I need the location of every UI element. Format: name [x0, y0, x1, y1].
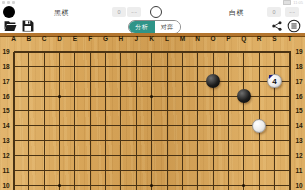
- column-label: Q: [239, 35, 249, 42]
- black-time-badge: -·-: [127, 7, 141, 17]
- row-label-right: 18: [293, 63, 305, 70]
- white-time-badge: -·-: [285, 7, 299, 17]
- notification-icon: [12, 1, 15, 4]
- grid-line: [213, 52, 214, 191]
- row-label-left: 17: [0, 78, 12, 85]
- row-label-left: 14: [0, 122, 12, 129]
- column-label: H: [116, 35, 126, 42]
- row-label-right: 12: [293, 152, 305, 159]
- row-label-right: 15: [293, 107, 305, 114]
- white-player-name: 白棋: [229, 8, 244, 18]
- save-button[interactable]: [21, 19, 35, 32]
- row-label-left: 10: [0, 182, 12, 189]
- row-label-left: 18: [0, 63, 12, 70]
- grid-line: [14, 170, 291, 171]
- menu-icon: [287, 19, 301, 33]
- star-point: [58, 95, 61, 98]
- row-label-left: 16: [0, 93, 12, 100]
- white-captures-badge: 0: [267, 7, 281, 17]
- row-label-left: 15: [0, 107, 12, 114]
- save-icon: [22, 20, 34, 32]
- column-label: S: [269, 35, 279, 42]
- grid-line: [14, 51, 291, 53]
- app-screen: 11:05 黑棋 0 -·- 白棋 0 -·- 分析 对弈: [0, 0, 305, 190]
- row-label-right: 19: [293, 48, 305, 55]
- status-icons-right: 11:05: [283, 0, 303, 5]
- grid-line: [182, 52, 183, 191]
- notification-icon: [7, 1, 10, 4]
- grid-line: [243, 52, 244, 191]
- column-label: K: [147, 35, 157, 42]
- grid-line: [14, 66, 291, 67]
- row-label-right: 11: [293, 167, 305, 174]
- grid-line: [14, 140, 291, 141]
- column-label: E: [70, 35, 80, 42]
- star-point: [242, 184, 245, 187]
- open-folder-icon: [4, 20, 17, 32]
- row-label-left: 19: [0, 48, 12, 55]
- black-player-name: 黑棋: [54, 8, 69, 18]
- grid-line: [167, 52, 168, 191]
- grid-line: [151, 52, 152, 191]
- grid-line: [14, 110, 291, 111]
- star-point: [150, 95, 153, 98]
- column-label: G: [101, 35, 111, 42]
- share-icon: [271, 20, 283, 32]
- row-label-left: 11: [0, 167, 12, 174]
- grid-line: [14, 125, 291, 126]
- column-label: N: [193, 35, 203, 42]
- column-label: O: [208, 35, 218, 42]
- grid-line: [289, 52, 291, 191]
- black-captures-badge: 0: [112, 7, 126, 17]
- row-label-right: 10: [293, 182, 305, 189]
- row-label-left: 12: [0, 152, 12, 159]
- notification-icon: [2, 1, 5, 4]
- column-label: B: [24, 35, 34, 42]
- mode-segmented-control: 分析 对弈: [128, 20, 181, 34]
- stone-Q16: [237, 89, 251, 103]
- grid-line: [228, 52, 229, 191]
- stone-O17: [206, 74, 220, 88]
- system-status-bar: 11:05: [0, 0, 305, 5]
- tab-analysis[interactable]: 分析: [129, 21, 155, 33]
- stone-S17: 4: [267, 74, 281, 88]
- stone-R14: [252, 119, 266, 133]
- battery-icon: [283, 0, 291, 5]
- column-label: P: [223, 35, 233, 42]
- tab-play[interactable]: 对弈: [155, 21, 181, 33]
- row-label-left: 13: [0, 137, 12, 144]
- go-board[interactable]: ABCDEFGHJKLMNOPQRST191918181717161615151…: [0, 33, 305, 190]
- row-label-right: 14: [293, 122, 305, 129]
- move-number-label: 4: [268, 75, 280, 87]
- column-label: L: [162, 35, 172, 42]
- row-label-right: 16: [293, 93, 305, 100]
- row-label-right: 17: [293, 78, 305, 85]
- clock-time: 11:05: [293, 0, 303, 5]
- column-label: C: [39, 35, 49, 42]
- grid-line: [14, 81, 291, 82]
- open-file-button[interactable]: [3, 19, 17, 32]
- star-point: [150, 184, 153, 187]
- grid-line: [197, 52, 198, 191]
- menu-button[interactable]: [287, 19, 301, 32]
- column-label: A: [9, 35, 19, 42]
- black-stone-icon: [3, 6, 15, 18]
- column-label: F: [85, 35, 95, 42]
- column-label: R: [254, 35, 264, 42]
- grid-line: [14, 155, 291, 156]
- column-label: J: [131, 35, 141, 42]
- star-point: [58, 184, 61, 187]
- row-label-right: 13: [293, 137, 305, 144]
- share-button[interactable]: [270, 19, 284, 32]
- grid-line: [274, 52, 275, 191]
- column-label: D: [55, 35, 65, 42]
- column-label: M: [177, 35, 187, 42]
- status-icons-left: [2, 1, 15, 4]
- column-label: T: [285, 35, 295, 42]
- white-stone-icon: [150, 6, 162, 18]
